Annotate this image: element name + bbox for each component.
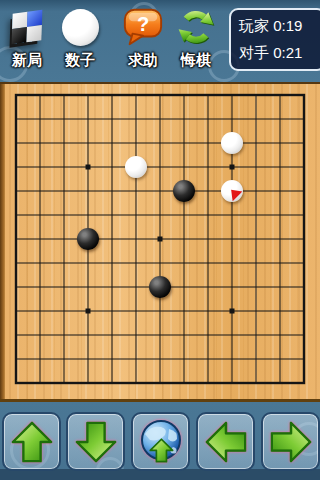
green-swap-arrows-icon [171, 4, 221, 50]
board-left-edge [0, 82, 5, 402]
arrow-left-icon [203, 419, 249, 465]
board-grid [0, 82, 320, 402]
arrow-down-icon [73, 419, 119, 465]
player-timer: 玩家 0:19 [239, 12, 320, 39]
black-stone [173, 180, 195, 202]
black-stone [149, 276, 171, 298]
submit-move-button[interactable] [131, 412, 190, 471]
white-stone-last-move [221, 180, 243, 202]
opponent-timer-value: 0:21 [273, 44, 302, 61]
arrow-up-icon [9, 419, 55, 465]
svg-text:?: ? [137, 13, 149, 35]
black-stone [77, 228, 99, 250]
undo-label: 悔棋 [171, 51, 221, 70]
white-stone [221, 132, 243, 154]
question-bubble-icon: ? [118, 4, 168, 50]
nav-up-button[interactable] [2, 412, 61, 471]
count-stones-label: 数子 [55, 51, 105, 70]
bottom-toolbar [0, 402, 320, 480]
checkered-cube-icon [2, 4, 52, 50]
player-timer-value: 0:19 [273, 17, 302, 34]
help-button[interactable]: ? 求助 [118, 4, 168, 78]
help-label: 求助 [118, 51, 168, 70]
last-move-marker [221, 180, 243, 202]
arrow-right-icon [268, 419, 314, 465]
undo-button[interactable]: 悔棋 [171, 4, 221, 78]
count-stones-button[interactable]: 数子 [55, 4, 105, 78]
player-timer-label: 玩家 [239, 17, 269, 34]
nav-left-button[interactable] [196, 412, 255, 471]
top-toolbar: 新局 数子 ? 求助 [0, 0, 320, 82]
timer-panel: 玩家 0:19 对手 0:21 [229, 8, 320, 71]
white-stone [125, 156, 147, 178]
new-game-button[interactable]: 新局 [2, 4, 52, 78]
globe-upload-icon [137, 418, 185, 466]
new-game-label: 新局 [2, 51, 52, 70]
nav-right-button[interactable] [261, 412, 320, 471]
opponent-timer-label: 对手 [239, 44, 269, 61]
go-board[interactable] [0, 82, 320, 402]
opponent-timer: 对手 0:21 [239, 39, 320, 66]
board-top-edge [0, 82, 320, 84]
white-stone-icon [55, 4, 105, 50]
go-app: 新局 数子 ? 求助 [0, 0, 320, 480]
nav-down-button[interactable] [66, 412, 125, 471]
